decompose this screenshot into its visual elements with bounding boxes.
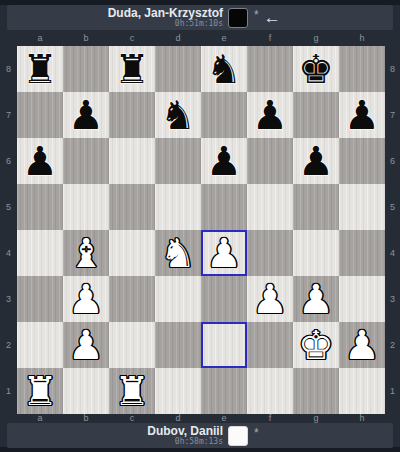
square-a4[interactable] [17, 230, 63, 276]
piece-black-rook[interactable]: ♜ [22, 49, 58, 89]
file-label-f: f [247, 413, 293, 423]
square-a8[interactable]: ♜ [17, 46, 63, 92]
square-d6[interactable] [155, 138, 201, 184]
file-label-a: a [17, 413, 63, 423]
square-b1[interactable] [63, 368, 109, 414]
square-e4[interactable]: ♟ [201, 230, 247, 276]
square-d1[interactable] [155, 368, 201, 414]
piece-black-pawn[interactable]: ♟ [22, 141, 58, 181]
player-color-indicator-bottom [228, 426, 248, 446]
rank-label-8: 8 [0, 46, 17, 92]
square-e5[interactable] [201, 184, 247, 230]
rank-label-2: 2 [0, 322, 17, 368]
square-c7[interactable] [109, 92, 155, 138]
file-label-g: g [293, 413, 339, 423]
square-a2[interactable] [17, 322, 63, 368]
file-label-e: e [201, 413, 247, 423]
board-area: ♜♜♞♚♟♞♟♟♟♟♟♝♞♟♟♟♟♟♚♟♜♜ aabbccddeeffgghh8… [0, 30, 400, 423]
rank-label-6: 6 [0, 138, 17, 184]
square-b2[interactable]: ♟ [63, 322, 109, 368]
rank-label-1: 1 [385, 368, 400, 414]
square-f1[interactable] [247, 368, 293, 414]
piece-black-pawn[interactable]: ♟ [252, 95, 288, 135]
piece-black-knight[interactable]: ♞ [160, 95, 196, 135]
status-asterisk-bottom: * [254, 423, 259, 443]
rank-label-3: 3 [385, 276, 400, 322]
square-a7[interactable] [17, 92, 63, 138]
rank-label-4: 4 [0, 230, 17, 276]
file-label-d: d [155, 33, 201, 43]
piece-black-pawn[interactable]: ♟ [344, 95, 380, 135]
bottom-player-bar: Dubov, Daniil 0h:58m:13s * [7, 423, 393, 448]
square-c5[interactable] [109, 184, 155, 230]
player-name-top: Duda, Jan-Krzysztof [108, 7, 223, 20]
square-h4[interactable] [339, 230, 385, 276]
square-b4[interactable]: ♝ [63, 230, 109, 276]
square-d2[interactable] [155, 322, 201, 368]
piece-black-pawn[interactable]: ♟ [298, 141, 334, 181]
square-f5[interactable] [247, 184, 293, 230]
player-clock-top: 0h:51m:10s [175, 20, 223, 28]
piece-white-knight[interactable]: ♞ [160, 233, 196, 273]
square-f8[interactable] [247, 46, 293, 92]
file-label-h: h [339, 33, 385, 43]
back-arrow-icon[interactable]: ← [264, 6, 281, 29]
square-g5[interactable] [293, 184, 339, 230]
rank-label-1: 1 [0, 368, 17, 414]
square-d7[interactable]: ♞ [155, 92, 201, 138]
square-g8[interactable]: ♚ [293, 46, 339, 92]
rank-label-3: 3 [0, 276, 17, 322]
square-e2[interactable] [201, 322, 247, 368]
piece-white-rook[interactable]: ♜ [22, 371, 58, 411]
square-d5[interactable] [155, 184, 201, 230]
piece-black-pawn[interactable]: ♟ [206, 141, 242, 181]
square-g4[interactable] [293, 230, 339, 276]
top-player-bar: Duda, Jan-Krzysztof 0h:51m:10s * ← [7, 5, 393, 30]
player-name-bottom: Dubov, Daniil [147, 425, 223, 438]
rank-label-4: 4 [385, 230, 400, 276]
piece-black-pawn[interactable]: ♟ [68, 95, 104, 135]
square-e1[interactable] [201, 368, 247, 414]
rank-label-8: 8 [385, 46, 400, 92]
square-g6[interactable]: ♟ [293, 138, 339, 184]
piece-white-pawn[interactable]: ♟ [252, 279, 288, 319]
piece-white-pawn[interactable]: ♟ [206, 233, 242, 273]
square-e7[interactable] [201, 92, 247, 138]
piece-white-rook[interactable]: ♜ [114, 371, 150, 411]
piece-white-pawn[interactable]: ♟ [68, 325, 104, 365]
square-e6[interactable]: ♟ [201, 138, 247, 184]
square-b3[interactable]: ♟ [63, 276, 109, 322]
square-c8[interactable]: ♜ [109, 46, 155, 92]
piece-black-knight[interactable]: ♞ [206, 49, 242, 89]
square-h3[interactable] [339, 276, 385, 322]
square-h2[interactable]: ♟ [339, 322, 385, 368]
square-e3[interactable] [201, 276, 247, 322]
square-f4[interactable] [247, 230, 293, 276]
chess-app: Duda, Jan-Krzysztof 0h:51m:10s * ← ♜♜♞♚♟… [0, 0, 400, 452]
status-asterisk-top: * [254, 5, 259, 25]
file-label-c: c [109, 413, 155, 423]
square-f7[interactable]: ♟ [247, 92, 293, 138]
rank-label-7: 7 [385, 92, 400, 138]
player-clock-bottom: 0h:58m:13s [175, 438, 223, 446]
rank-label-7: 7 [0, 92, 17, 138]
square-f6[interactable] [247, 138, 293, 184]
square-c1[interactable]: ♜ [109, 368, 155, 414]
bottom-player-info: Dubov, Daniil 0h:58m:13s [7, 425, 228, 447]
square-c4[interactable] [109, 230, 155, 276]
square-e8[interactable]: ♞ [201, 46, 247, 92]
chess-board: ♜♜♞♚♟♞♟♟♟♟♟♝♞♟♟♟♟♟♚♟♜♜ [17, 46, 385, 414]
piece-black-rook[interactable]: ♜ [114, 49, 150, 89]
square-g2[interactable]: ♚ [293, 322, 339, 368]
square-g3[interactable]: ♟ [293, 276, 339, 322]
square-a3[interactable] [17, 276, 63, 322]
piece-white-king[interactable]: ♚ [298, 325, 334, 365]
player-color-indicator-top [228, 8, 248, 28]
square-a5[interactable] [17, 184, 63, 230]
piece-white-pawn[interactable]: ♟ [344, 325, 380, 365]
square-h1[interactable] [339, 368, 385, 414]
square-d3[interactable] [155, 276, 201, 322]
square-d8[interactable] [155, 46, 201, 92]
square-g7[interactable] [293, 92, 339, 138]
square-b7[interactable]: ♟ [63, 92, 109, 138]
square-b6[interactable] [63, 138, 109, 184]
piece-white-pawn[interactable]: ♟ [68, 279, 104, 319]
square-b8[interactable] [63, 46, 109, 92]
file-label-e: e [201, 33, 247, 43]
rank-label-6: 6 [385, 138, 400, 184]
top-player-info: Duda, Jan-Krzysztof 0h:51m:10s [7, 7, 228, 29]
file-label-b: b [63, 413, 109, 423]
square-c3[interactable] [109, 276, 155, 322]
piece-white-pawn[interactable]: ♟ [298, 279, 334, 319]
file-label-a: a [17, 33, 63, 43]
square-a1[interactable]: ♜ [17, 368, 63, 414]
square-h7[interactable]: ♟ [339, 92, 385, 138]
square-h8[interactable] [339, 46, 385, 92]
square-h6[interactable] [339, 138, 385, 184]
square-f2[interactable] [247, 322, 293, 368]
rank-label-5: 5 [0, 184, 17, 230]
square-b5[interactable] [63, 184, 109, 230]
file-label-g: g [293, 33, 339, 43]
file-label-b: b [63, 33, 109, 43]
piece-black-king[interactable]: ♚ [298, 49, 334, 89]
square-a6[interactable]: ♟ [17, 138, 63, 184]
rank-label-5: 5 [385, 184, 400, 230]
square-d4[interactable]: ♞ [155, 230, 201, 276]
file-label-c: c [109, 33, 155, 43]
square-g1[interactable] [293, 368, 339, 414]
square-c2[interactable] [109, 322, 155, 368]
square-f3[interactable]: ♟ [247, 276, 293, 322]
rank-label-2: 2 [385, 322, 400, 368]
file-label-f: f [247, 33, 293, 43]
square-c6[interactable] [109, 138, 155, 184]
file-label-h: h [339, 413, 385, 423]
file-label-d: d [155, 413, 201, 423]
piece-white-bishop[interactable]: ♝ [68, 233, 104, 273]
square-h5[interactable] [339, 184, 385, 230]
